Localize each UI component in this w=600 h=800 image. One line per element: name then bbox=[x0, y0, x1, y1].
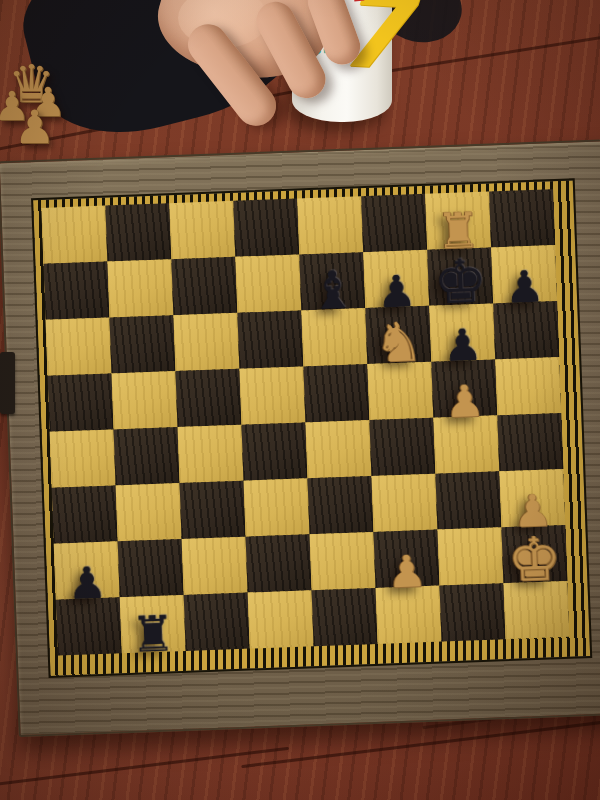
black-pawn-a2[interactable]: ♟ bbox=[53, 521, 120, 599]
captured-white-pawn: ♟ bbox=[14, 104, 55, 150]
board-pieces-layer: ♜♝♟♚♟♞♟♟♟♟♟♚♜ bbox=[41, 189, 569, 655]
white-knight-f6[interactable]: ♞ bbox=[365, 286, 432, 364]
black-rook-b1[interactable]: ♜ bbox=[119, 575, 186, 653]
board-gold-trim: ♜♝♟♚♟♞♟♟♟♟♟♚♜ bbox=[31, 178, 592, 678]
chess-board: ♜♝♟♚♟♞♟♟♟♟♟♚♜ bbox=[0, 139, 600, 737]
captured-white-pieces-tray: ♛♟♟♟ bbox=[0, 52, 100, 167]
black-bishop-e7[interactable]: ♝ bbox=[299, 232, 366, 310]
board-hinge-clasp bbox=[0, 352, 15, 414]
black-pawn-h7[interactable]: ♟ bbox=[490, 225, 557, 303]
white-pawn-g5[interactable]: ♟ bbox=[431, 339, 498, 417]
player-hand bbox=[120, 0, 380, 140]
white-pawn-f2[interactable]: ♟ bbox=[373, 510, 440, 588]
white-king-h2[interactable]: ♚ bbox=[501, 505, 568, 583]
